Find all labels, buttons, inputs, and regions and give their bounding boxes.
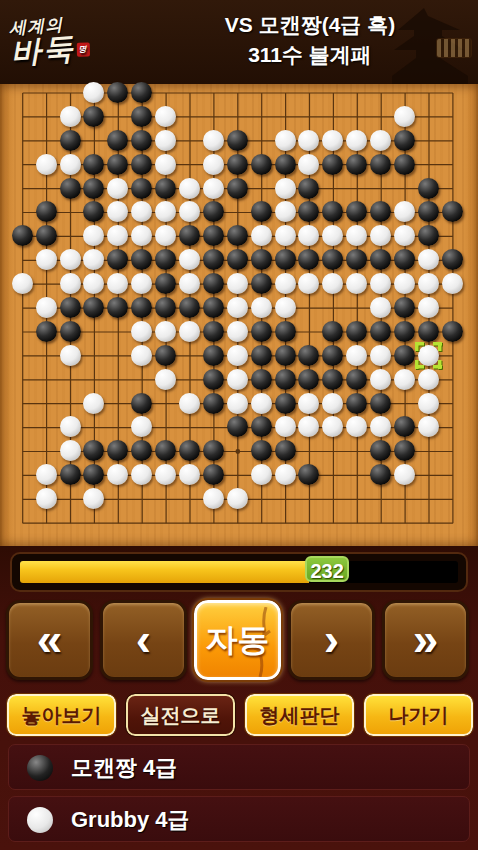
board-cell[interactable] [202,511,226,535]
board-cell[interactable] [417,224,441,248]
board-cell[interactable] [35,392,59,416]
board-cell[interactable] [250,487,274,511]
board-cell[interactable] [274,272,298,296]
board-cell[interactable] [59,224,83,248]
board-cell[interactable] [202,368,226,392]
board-cell[interactable] [82,439,106,463]
board-cell[interactable] [130,415,154,439]
board-cell[interactable] [250,296,274,320]
board-cell[interactable] [321,81,345,105]
board-cell[interactable] [345,153,369,177]
board-cell[interactable] [11,200,35,224]
board-cell[interactable] [178,392,202,416]
board-cell[interactable] [441,200,465,224]
board-cell[interactable] [250,415,274,439]
board-cell[interactable] [250,463,274,487]
board-cell[interactable] [178,368,202,392]
board-cell[interactable] [345,368,369,392]
board-cell[interactable] [393,248,417,272]
board-cell[interactable] [202,224,226,248]
board-cell[interactable] [130,344,154,368]
board-cell[interactable] [130,153,154,177]
board-cell[interactable] [250,511,274,535]
board-cell[interactable] [345,248,369,272]
board-cell[interactable] [59,177,83,201]
board-cell[interactable] [321,415,345,439]
board-cell[interactable] [106,439,130,463]
board-cell[interactable] [250,153,274,177]
board-cell[interactable] [393,368,417,392]
board-cell[interactable] [250,368,274,392]
board-cell[interactable] [106,224,130,248]
board-cell[interactable] [178,224,202,248]
board-cell[interactable] [393,487,417,511]
board-cell[interactable] [297,415,321,439]
board-cell[interactable] [297,153,321,177]
board-cell[interactable] [82,368,106,392]
board-cell[interactable] [417,463,441,487]
board-cell[interactable] [11,511,35,535]
board-cell[interactable] [297,224,321,248]
board-cell[interactable] [178,439,202,463]
board-cell[interactable] [274,105,298,129]
board-cell[interactable] [321,153,345,177]
board-cell[interactable] [11,248,35,272]
board-cell[interactable] [297,368,321,392]
board-cell[interactable] [154,511,178,535]
board-cell[interactable] [441,177,465,201]
board-cell[interactable] [11,392,35,416]
board-cell[interactable] [417,81,441,105]
board-cell[interactable] [441,248,465,272]
board-cell[interactable] [345,129,369,153]
board-cell[interactable] [369,153,393,177]
board-cell[interactable] [130,200,154,224]
board-cell[interactable] [154,415,178,439]
board-cell[interactable] [345,105,369,129]
board-cell[interactable] [297,487,321,511]
board-cell[interactable] [35,272,59,296]
board-cell[interactable] [11,153,35,177]
board-cell[interactable] [35,487,59,511]
board-cell[interactable] [154,81,178,105]
board-cell[interactable] [417,272,441,296]
board-cell[interactable] [369,439,393,463]
board-cell[interactable] [321,320,345,344]
board-cell[interactable] [297,439,321,463]
board-cell[interactable] [417,200,441,224]
board-cell[interactable] [130,368,154,392]
auto-play-button[interactable]: 자동 [194,600,281,680]
board-cell[interactable] [82,200,106,224]
board-cell[interactable] [250,200,274,224]
board-cell[interactable] [321,224,345,248]
board-cell[interactable] [106,368,130,392]
board-cell[interactable] [369,415,393,439]
board-cell[interactable] [441,81,465,105]
board-cell[interactable] [226,272,250,296]
board-cell[interactable] [106,487,130,511]
board-cell[interactable] [441,463,465,487]
board-cell[interactable] [417,439,441,463]
board-cell[interactable] [321,392,345,416]
board-cell[interactable] [274,129,298,153]
board-cell[interactable] [274,415,298,439]
board-cell[interactable] [154,368,178,392]
board-cell[interactable] [59,511,83,535]
board-cell[interactable] [226,81,250,105]
board-cell[interactable] [35,320,59,344]
board-cell[interactable] [250,105,274,129]
board-cell[interactable] [202,487,226,511]
board-cell[interactable] [154,320,178,344]
board-cell[interactable] [178,296,202,320]
try-moves-button[interactable]: 놓아보기 [7,694,116,736]
board-cell[interactable] [106,177,130,201]
board-cell[interactable] [82,248,106,272]
board-cell[interactable] [202,439,226,463]
board-cell[interactable] [59,439,83,463]
board-cell[interactable] [130,177,154,201]
board-cell[interactable] [106,344,130,368]
next-move-button[interactable]: › [288,600,375,680]
board-cell[interactable] [441,439,465,463]
board-cell[interactable] [441,153,465,177]
board-cell[interactable] [441,224,465,248]
board-cell[interactable] [11,296,35,320]
board-cell[interactable] [250,439,274,463]
board-cell[interactable] [369,296,393,320]
board-cell[interactable] [297,177,321,201]
board-cell[interactable] [297,81,321,105]
board-cell[interactable] [154,296,178,320]
board-cell[interactable] [11,81,35,105]
board-cell[interactable] [345,272,369,296]
board-cell[interactable] [393,296,417,320]
board-cell[interactable] [154,487,178,511]
board-cell[interactable] [441,368,465,392]
board-cell[interactable] [82,105,106,129]
board-cell[interactable] [226,224,250,248]
board-cell[interactable] [393,200,417,224]
board-cell[interactable] [59,415,83,439]
board-cell[interactable] [178,153,202,177]
board-cell[interactable] [202,129,226,153]
board-cell[interactable] [417,487,441,511]
board-cell[interactable] [297,200,321,224]
progress-track[interactable]: 232 [20,561,458,583]
board-cell[interactable] [106,511,130,535]
board-cell[interactable] [11,272,35,296]
board-cell[interactable] [226,368,250,392]
board-cell[interactable] [393,344,417,368]
board-cell[interactable] [82,81,106,105]
board-cell[interactable] [321,487,345,511]
board-cell[interactable] [226,487,250,511]
board-cell[interactable] [59,487,83,511]
board-cell[interactable] [369,368,393,392]
board-cell[interactable] [154,177,178,201]
board-cell[interactable] [82,463,106,487]
board-cell[interactable] [226,415,250,439]
board-cell[interactable] [178,105,202,129]
board-cell[interactable] [59,105,83,129]
prev-move-button[interactable]: ‹ [100,600,187,680]
board-cell[interactable] [130,129,154,153]
board-cell[interactable] [130,392,154,416]
board-cell[interactable] [178,248,202,272]
board-cell[interactable] [321,296,345,320]
board-cell[interactable] [393,320,417,344]
board-cell[interactable] [441,129,465,153]
board-cell[interactable] [441,320,465,344]
board-cell[interactable] [369,272,393,296]
board-cell[interactable] [154,129,178,153]
board-cell[interactable] [106,415,130,439]
board-cell[interactable] [202,153,226,177]
board-cell[interactable] [321,463,345,487]
board-cell[interactable] [345,392,369,416]
board-cell[interactable] [417,248,441,272]
board-cell[interactable] [106,272,130,296]
board-cell[interactable] [250,392,274,416]
board-cell[interactable] [11,177,35,201]
board-cell[interactable] [250,344,274,368]
board-cell[interactable] [202,177,226,201]
board-cell[interactable] [226,296,250,320]
board-cell[interactable] [274,248,298,272]
board-cell[interactable] [82,511,106,535]
board-cell[interactable] [369,224,393,248]
board-cell[interactable] [202,392,226,416]
board-cell[interactable] [321,105,345,129]
board-cell[interactable] [297,248,321,272]
board-cell[interactable] [82,296,106,320]
board-cell[interactable] [106,320,130,344]
board-cell[interactable] [82,320,106,344]
board-cell[interactable] [154,153,178,177]
board-cell[interactable] [369,511,393,535]
board-cell[interactable] [178,344,202,368]
board-cell[interactable] [35,511,59,535]
board-cell[interactable] [321,344,345,368]
board-cell[interactable] [297,272,321,296]
board-cell[interactable] [345,177,369,201]
board-cell[interactable] [369,129,393,153]
board-cell[interactable] [393,224,417,248]
board-cell[interactable] [35,439,59,463]
board-cell[interactable] [441,272,465,296]
board-cell[interactable] [250,320,274,344]
board-cell[interactable] [274,463,298,487]
board-cell[interactable] [178,320,202,344]
board-cell[interactable] [106,392,130,416]
board-cell[interactable] [82,392,106,416]
board-cell[interactable] [369,320,393,344]
first-move-button[interactable]: « [6,600,93,680]
board-cell[interactable] [59,368,83,392]
board-cell[interactable] [274,177,298,201]
board-cell[interactable] [274,392,298,416]
board-cell[interactable] [35,153,59,177]
board-cell[interactable] [35,200,59,224]
board-cell[interactable] [35,129,59,153]
board-cell[interactable] [59,129,83,153]
board-cell[interactable] [417,415,441,439]
board-cell[interactable] [417,368,441,392]
board-cell[interactable] [321,511,345,535]
board-cell[interactable] [321,368,345,392]
board-cell[interactable] [154,463,178,487]
board-cell[interactable] [130,320,154,344]
board-cell[interactable] [130,81,154,105]
board-cell[interactable] [106,105,130,129]
board-cell[interactable] [59,248,83,272]
board-cell[interactable] [274,439,298,463]
board-cell[interactable] [441,105,465,129]
board-cell[interactable] [369,344,393,368]
board-cell[interactable] [202,248,226,272]
board-cell[interactable] [417,511,441,535]
board-cell[interactable] [154,272,178,296]
board-cell[interactable] [202,344,226,368]
board-cell[interactable] [345,487,369,511]
board-cell[interactable] [345,296,369,320]
board-cell[interactable] [274,296,298,320]
board-cell[interactable] [369,392,393,416]
board-cell[interactable] [274,368,298,392]
board-cell[interactable] [106,296,130,320]
board-cell[interactable] [11,320,35,344]
board-cell[interactable] [250,224,274,248]
board-cell[interactable] [11,224,35,248]
board-cell[interactable] [202,463,226,487]
board-cell[interactable] [59,153,83,177]
board-cell[interactable] [297,511,321,535]
board-cell[interactable] [417,320,441,344]
board-cell[interactable] [345,344,369,368]
board-cell[interactable] [154,344,178,368]
board-cell[interactable] [11,344,35,368]
board-cell[interactable] [345,224,369,248]
board-cell[interactable] [441,296,465,320]
board-cell[interactable] [393,153,417,177]
board-cell[interactable] [82,415,106,439]
board-cell[interactable] [321,200,345,224]
board-cell[interactable] [226,105,250,129]
board-cell[interactable] [369,248,393,272]
board-cell[interactable] [130,439,154,463]
board-cell[interactable] [417,177,441,201]
board-cell[interactable] [369,105,393,129]
board-cell[interactable] [274,81,298,105]
board-cell[interactable] [178,177,202,201]
board-cell[interactable] [417,392,441,416]
board-cell[interactable] [393,105,417,129]
board-cell[interactable] [274,200,298,224]
board-cell[interactable] [226,463,250,487]
board-cell[interactable] [321,439,345,463]
board-cell[interactable] [35,368,59,392]
board-cell[interactable] [441,511,465,535]
board-cell[interactable] [393,511,417,535]
board-cell[interactable] [106,153,130,177]
player-row-black[interactable]: 모캔짱 4급 [8,744,470,790]
board-cell[interactable] [35,248,59,272]
board-cell[interactable] [154,224,178,248]
board-cell[interactable] [154,392,178,416]
board-cell[interactable] [130,463,154,487]
board-cell[interactable] [226,129,250,153]
board-cell[interactable] [202,200,226,224]
board-cell[interactable] [274,344,298,368]
board-cell[interactable] [106,248,130,272]
board-cell[interactable] [59,272,83,296]
board-cell[interactable] [297,105,321,129]
board-cell[interactable] [35,105,59,129]
board-cell[interactable] [59,320,83,344]
board-cell[interactable] [226,200,250,224]
board-cell[interactable] [369,81,393,105]
board-cell[interactable] [178,272,202,296]
board-cell[interactable] [441,415,465,439]
board-cell[interactable] [82,224,106,248]
board-cell[interactable] [11,105,35,129]
board-cell[interactable] [393,129,417,153]
board-cell[interactable] [393,415,417,439]
board-cell[interactable] [441,344,465,368]
board-cell[interactable] [130,487,154,511]
exit-button[interactable]: 나가기 [364,694,473,736]
board-cell[interactable] [178,81,202,105]
board-cell[interactable] [11,487,35,511]
board-cell[interactable] [35,224,59,248]
board-cell[interactable] [82,344,106,368]
board-cell[interactable] [82,177,106,201]
board-cell[interactable] [178,487,202,511]
board-cell[interactable] [82,129,106,153]
board-cell[interactable] [178,129,202,153]
board-cell[interactable] [202,105,226,129]
board-cell[interactable] [274,487,298,511]
board-cell[interactable] [202,272,226,296]
board-cell[interactable] [274,153,298,177]
board-cell[interactable] [274,224,298,248]
board-cell[interactable] [393,272,417,296]
board-cell[interactable] [226,153,250,177]
board-cell[interactable] [130,511,154,535]
board-cell[interactable] [11,129,35,153]
player-row-white[interactable]: Grubby 4급 [8,796,470,842]
board-cell[interactable] [106,463,130,487]
board-cell[interactable] [321,272,345,296]
board-cell[interactable] [59,463,83,487]
board-cell[interactable] [250,248,274,272]
board-cell[interactable] [345,81,369,105]
board-cell[interactable] [226,511,250,535]
board-cell[interactable] [130,105,154,129]
last-move-button[interactable]: » [382,600,469,680]
board-cell[interactable] [11,368,35,392]
board-cell[interactable] [59,296,83,320]
move-progress-bar[interactable]: 232 [10,552,468,592]
board-cell[interactable] [393,81,417,105]
board-cell[interactable] [130,248,154,272]
board-cell[interactable] [202,320,226,344]
board-cell[interactable] [297,296,321,320]
board-cell[interactable] [11,415,35,439]
board-cell[interactable] [154,248,178,272]
